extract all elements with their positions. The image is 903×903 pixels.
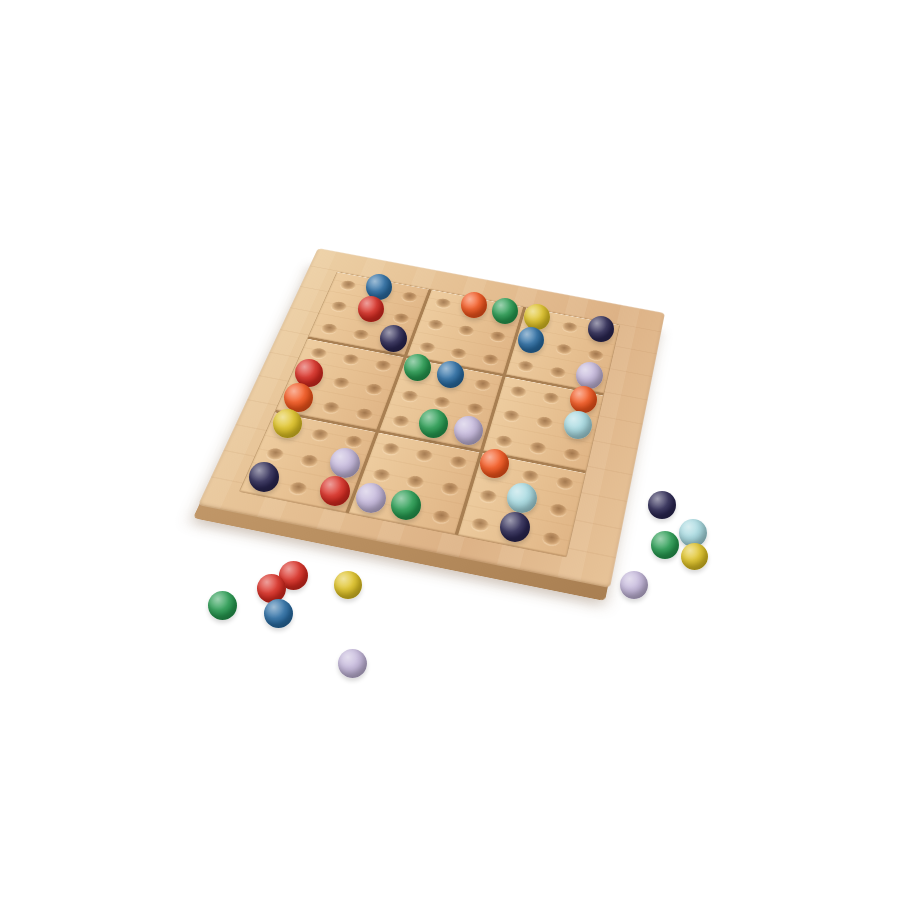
board-cell[interactable] [419,499,463,534]
ball-green-offboard[interactable] [208,591,237,620]
ball-orange-r6c1[interactable] [284,383,313,412]
hole [542,392,560,405]
hole [364,383,383,396]
hole [535,416,554,429]
board-cell[interactable] [471,345,510,374]
hole [555,343,573,355]
ball-navy-r9c1[interactable] [249,462,279,492]
ball-green-offboard[interactable] [651,531,679,559]
hole [457,325,475,337]
hole [466,403,485,416]
hole [418,341,436,353]
hole [415,449,435,463]
hole [373,359,392,371]
hole [450,347,468,359]
ball-yellow-offboard[interactable] [334,571,362,599]
hole [329,301,348,313]
hole [561,321,578,333]
ball-lavender-offboard[interactable] [620,571,648,599]
hole [343,435,363,449]
hole [331,377,351,390]
ball-navy-r9c8[interactable] [500,512,530,542]
hole [562,448,581,462]
hole [482,353,500,365]
ball-navy-offboard[interactable] [648,491,676,519]
hole [449,455,469,469]
hole [299,454,320,468]
ball-lavender-offboard[interactable] [338,649,367,678]
hole [528,441,547,455]
ball-blue-r4c5[interactable] [437,361,464,388]
hole [320,323,339,335]
hole [440,482,460,496]
board-cell[interactable] [530,521,573,557]
hole [431,509,451,524]
hole [521,469,540,483]
hole [434,297,452,308]
hole [470,517,490,532]
hole [391,414,411,427]
ball-red-offboard[interactable] [257,574,286,603]
hole [405,475,425,489]
ball-lavender-r9c4[interactable] [356,483,386,513]
ball-orange-r1c5[interactable] [461,292,487,318]
ball-lavender-r3c9[interactable] [576,362,603,389]
hole [478,489,498,503]
hole [400,291,418,302]
hole [287,481,308,495]
hole [351,329,370,341]
hole [489,331,507,343]
hole [433,396,452,409]
hole [548,503,567,518]
hole [341,353,360,365]
hole [541,531,561,546]
hole [474,379,493,392]
hole [426,319,444,331]
board-cell[interactable] [552,438,592,470]
hole [309,347,328,359]
hole [509,385,527,398]
hole [400,390,419,403]
photo-stage [0,0,903,903]
ball-navy-r1c9[interactable] [588,316,614,342]
hole [392,313,410,325]
ball-yellow-offboard[interactable] [681,543,708,570]
ball-navy-r3c3[interactable] [380,325,407,352]
hole [354,407,374,420]
ball-blue-offboard[interactable] [264,599,293,628]
hole [339,280,357,291]
hole [264,447,285,461]
ball-light-blue-r5c9[interactable] [564,411,592,439]
hole [502,410,521,423]
hole [495,434,514,448]
ball-red-r9c3[interactable] [320,476,350,506]
ball-lavender-r6c6[interactable] [454,416,483,445]
ball-blue-r2c7[interactable] [518,327,544,353]
hole [371,468,391,482]
ball-red-r2c2[interactable] [358,296,384,322]
ball-yellow-r7c1[interactable] [273,409,302,438]
hole [310,428,330,442]
hole [517,360,535,372]
hole [555,476,574,490]
hole [321,401,341,414]
hole [587,349,604,361]
hole [381,442,401,456]
hole [549,366,567,378]
